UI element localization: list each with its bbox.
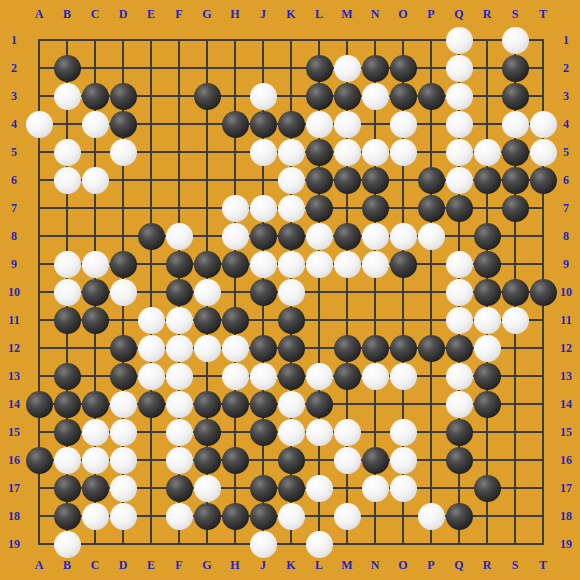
row-label-left: 9 — [2, 257, 26, 271]
black-stone-P7[interactable] — [418, 195, 445, 222]
white-stone-H12[interactable] — [222, 335, 249, 362]
white-stone-O8[interactable] — [390, 223, 417, 250]
black-stone-H4[interactable] — [222, 111, 249, 138]
black-stone-D4[interactable] — [110, 111, 137, 138]
black-stone-E8[interactable] — [138, 223, 165, 250]
black-stone-G11[interactable] — [194, 307, 221, 334]
column-label-top: S — [505, 7, 525, 21]
row-label-right: 12 — [554, 341, 578, 355]
white-stone-F15[interactable] — [166, 419, 193, 446]
white-stone-P8[interactable] — [418, 223, 445, 250]
black-stone-J14[interactable] — [250, 391, 277, 418]
white-stone-O16[interactable] — [390, 447, 417, 474]
black-stone-T10[interactable] — [530, 279, 557, 306]
black-stone-J17[interactable] — [250, 475, 277, 502]
row-label-right: 17 — [554, 481, 578, 495]
white-stone-L15[interactable] — [306, 419, 333, 446]
white-stone-N9[interactable] — [362, 251, 389, 278]
white-stone-Q14[interactable] — [446, 391, 473, 418]
black-stone-D13[interactable] — [110, 363, 137, 390]
white-stone-B10[interactable] — [54, 279, 81, 306]
column-label-bottom: E — [141, 558, 161, 572]
black-stone-C17[interactable] — [82, 475, 109, 502]
white-stone-M9[interactable] — [334, 251, 361, 278]
white-stone-N17[interactable] — [362, 475, 389, 502]
row-label-left: 6 — [2, 173, 26, 187]
black-stone-L14[interactable] — [306, 391, 333, 418]
black-stone-M13[interactable] — [334, 363, 361, 390]
black-stone-H11[interactable] — [222, 307, 249, 334]
black-stone-G3[interactable] — [194, 83, 221, 110]
white-stone-C15[interactable] — [82, 419, 109, 446]
white-stone-Q2[interactable] — [446, 55, 473, 82]
column-label-top: A — [29, 7, 49, 21]
white-stone-L17[interactable] — [306, 475, 333, 502]
black-stone-J4[interactable] — [250, 111, 277, 138]
black-stone-A16[interactable] — [26, 447, 53, 474]
white-stone-N13[interactable] — [362, 363, 389, 390]
black-stone-P12[interactable] — [418, 335, 445, 362]
black-stone-S3[interactable] — [502, 83, 529, 110]
row-label-right: 8 — [554, 229, 578, 243]
black-stone-S7[interactable] — [502, 195, 529, 222]
white-stone-C6[interactable] — [82, 167, 109, 194]
row-label-left: 16 — [2, 453, 26, 467]
row-label-left: 8 — [2, 229, 26, 243]
black-stone-Q7[interactable] — [446, 195, 473, 222]
white-stone-M16[interactable] — [334, 447, 361, 474]
white-stone-H13[interactable] — [222, 363, 249, 390]
column-label-bottom: Q — [449, 558, 469, 572]
white-stone-L8[interactable] — [306, 223, 333, 250]
white-stone-F8[interactable] — [166, 223, 193, 250]
black-stone-H18[interactable] — [222, 503, 249, 530]
black-stone-M12[interactable] — [334, 335, 361, 362]
white-stone-Q4[interactable] — [446, 111, 473, 138]
white-stone-Q10[interactable] — [446, 279, 473, 306]
black-stone-N6[interactable] — [362, 167, 389, 194]
column-label-bottom: L — [309, 558, 329, 572]
black-stone-R8[interactable] — [474, 223, 501, 250]
white-stone-S11[interactable] — [502, 307, 529, 334]
white-stone-J19[interactable] — [250, 531, 277, 558]
white-stone-G12[interactable] — [194, 335, 221, 362]
white-stone-M2[interactable] — [334, 55, 361, 82]
black-stone-B15[interactable] — [54, 419, 81, 446]
black-stone-F10[interactable] — [166, 279, 193, 306]
black-stone-D12[interactable] — [110, 335, 137, 362]
black-stone-L5[interactable] — [306, 139, 333, 166]
black-stone-F9[interactable] — [166, 251, 193, 278]
white-stone-J13[interactable] — [250, 363, 277, 390]
black-stone-L3[interactable] — [306, 83, 333, 110]
black-stone-J18[interactable] — [250, 503, 277, 530]
row-label-left: 11 — [2, 313, 26, 327]
white-stone-R12[interactable] — [474, 335, 501, 362]
white-stone-L13[interactable] — [306, 363, 333, 390]
white-stone-L19[interactable] — [306, 531, 333, 558]
black-stone-O2[interactable] — [390, 55, 417, 82]
black-stone-J10[interactable] — [250, 279, 277, 306]
row-label-left: 5 — [2, 145, 26, 159]
black-stone-D3[interactable] — [110, 83, 137, 110]
black-stone-S10[interactable] — [502, 279, 529, 306]
black-stone-H14[interactable] — [222, 391, 249, 418]
row-label-left: 14 — [2, 397, 26, 411]
black-stone-K8[interactable] — [278, 223, 305, 250]
white-stone-M4[interactable] — [334, 111, 361, 138]
black-stone-G16[interactable] — [194, 447, 221, 474]
white-stone-C16[interactable] — [82, 447, 109, 474]
black-stone-K11[interactable] — [278, 307, 305, 334]
white-stone-B6[interactable] — [54, 167, 81, 194]
white-stone-B19[interactable] — [54, 531, 81, 558]
column-label-top: Q — [449, 7, 469, 21]
row-label-right: 16 — [554, 453, 578, 467]
white-stone-O5[interactable] — [390, 139, 417, 166]
black-stone-C14[interactable] — [82, 391, 109, 418]
black-stone-P6[interactable] — [418, 167, 445, 194]
black-stone-R13[interactable] — [474, 363, 501, 390]
black-stone-M8[interactable] — [334, 223, 361, 250]
row-label-right: 11 — [554, 313, 578, 327]
black-stone-Q12[interactable] — [446, 335, 473, 362]
white-stone-T5[interactable] — [530, 139, 557, 166]
black-stone-B11[interactable] — [54, 307, 81, 334]
black-stone-L7[interactable] — [306, 195, 333, 222]
column-label-top: L — [309, 7, 329, 21]
white-stone-M5[interactable] — [334, 139, 361, 166]
white-stone-K14[interactable] — [278, 391, 305, 418]
black-stone-H16[interactable] — [222, 447, 249, 474]
black-stone-D9[interactable] — [110, 251, 137, 278]
white-stone-Q6[interactable] — [446, 167, 473, 194]
black-stone-O9[interactable] — [390, 251, 417, 278]
white-stone-K7[interactable] — [278, 195, 305, 222]
column-label-top: J — [253, 7, 273, 21]
column-label-top: P — [421, 7, 441, 21]
white-stone-N3[interactable] — [362, 83, 389, 110]
black-stone-C10[interactable] — [82, 279, 109, 306]
white-stone-K18[interactable] — [278, 503, 305, 530]
row-label-right: 10 — [554, 285, 578, 299]
white-stone-D16[interactable] — [110, 447, 137, 474]
white-stone-J3[interactable] — [250, 83, 277, 110]
column-label-bottom: J — [253, 558, 273, 572]
column-label-top: R — [477, 7, 497, 21]
white-stone-J9[interactable] — [250, 251, 277, 278]
white-stone-Q13[interactable] — [446, 363, 473, 390]
white-stone-Q11[interactable] — [446, 307, 473, 334]
black-stone-N16[interactable] — [362, 447, 389, 474]
column-label-top: O — [393, 7, 413, 21]
column-label-top: B — [57, 7, 77, 21]
column-label-bottom: R — [477, 558, 497, 572]
row-label-right: 2 — [554, 61, 578, 75]
white-stone-K5[interactable] — [278, 139, 305, 166]
white-stone-B16[interactable] — [54, 447, 81, 474]
column-label-bottom: S — [505, 558, 525, 572]
white-stone-F16[interactable] — [166, 447, 193, 474]
black-stone-N7[interactable] — [362, 195, 389, 222]
black-stone-R6[interactable] — [474, 167, 501, 194]
white-stone-D18[interactable] — [110, 503, 137, 530]
white-stone-Q9[interactable] — [446, 251, 473, 278]
black-stone-J12[interactable] — [250, 335, 277, 362]
black-stone-B14[interactable] — [54, 391, 81, 418]
black-stone-M3[interactable] — [334, 83, 361, 110]
white-stone-O17[interactable] — [390, 475, 417, 502]
white-stone-M18[interactable] — [334, 503, 361, 530]
black-stone-S5[interactable] — [502, 139, 529, 166]
row-label-right: 18 — [554, 509, 578, 523]
column-label-top: K — [281, 7, 301, 21]
column-label-bottom: M — [337, 558, 357, 572]
black-stone-B18[interactable] — [54, 503, 81, 530]
black-stone-R10[interactable] — [474, 279, 501, 306]
white-stone-O4[interactable] — [390, 111, 417, 138]
column-label-bottom: T — [533, 558, 553, 572]
black-stone-K13[interactable] — [278, 363, 305, 390]
row-label-right: 15 — [554, 425, 578, 439]
black-stone-L6[interactable] — [306, 167, 333, 194]
white-stone-T4[interactable] — [530, 111, 557, 138]
black-stone-G18[interactable] — [194, 503, 221, 530]
black-stone-E14[interactable] — [138, 391, 165, 418]
black-stone-Q16[interactable] — [446, 447, 473, 474]
white-stone-K10[interactable] — [278, 279, 305, 306]
black-stone-G14[interactable] — [194, 391, 221, 418]
black-stone-R17[interactable] — [474, 475, 501, 502]
row-label-left: 10 — [2, 285, 26, 299]
black-stone-J8[interactable] — [250, 223, 277, 250]
column-label-top: N — [365, 7, 385, 21]
row-label-left: 13 — [2, 369, 26, 383]
row-label-right: 6 — [554, 173, 578, 187]
column-label-bottom: P — [421, 558, 441, 572]
white-stone-N5[interactable] — [362, 139, 389, 166]
row-label-left: 7 — [2, 201, 26, 215]
column-label-bottom: G — [197, 558, 217, 572]
row-label-left: 3 — [2, 89, 26, 103]
white-stone-B9[interactable] — [54, 251, 81, 278]
white-stone-C9[interactable] — [82, 251, 109, 278]
column-label-bottom: F — [169, 558, 189, 572]
black-stone-C3[interactable] — [82, 83, 109, 110]
white-stone-H7[interactable] — [222, 195, 249, 222]
column-label-bottom: H — [225, 558, 245, 572]
white-stone-B5[interactable] — [54, 139, 81, 166]
column-label-top: H — [225, 7, 245, 21]
black-stone-B2[interactable] — [54, 55, 81, 82]
white-stone-Q1[interactable] — [446, 27, 473, 54]
black-stone-S2[interactable] — [502, 55, 529, 82]
white-stone-G10[interactable] — [194, 279, 221, 306]
column-label-bottom: K — [281, 558, 301, 572]
white-stone-N8[interactable] — [362, 223, 389, 250]
column-label-bottom: B — [57, 558, 77, 572]
white-stone-C4[interactable] — [82, 111, 109, 138]
black-stone-M6[interactable] — [334, 167, 361, 194]
column-label-top: D — [113, 7, 133, 21]
column-label-bottom: C — [85, 558, 105, 572]
black-stone-K4[interactable] — [278, 111, 305, 138]
row-label-right: 5 — [554, 145, 578, 159]
black-stone-B17[interactable] — [54, 475, 81, 502]
black-stone-G15[interactable] — [194, 419, 221, 446]
white-stone-M15[interactable] — [334, 419, 361, 446]
black-stone-L2[interactable] — [306, 55, 333, 82]
white-stone-Q3[interactable] — [446, 83, 473, 110]
column-label-top: T — [533, 7, 553, 21]
white-stone-F12[interactable] — [166, 335, 193, 362]
white-stone-H8[interactable] — [222, 223, 249, 250]
row-label-right: 14 — [554, 397, 578, 411]
white-stone-F11[interactable] — [166, 307, 193, 334]
row-label-left: 12 — [2, 341, 26, 355]
white-stone-D17[interactable] — [110, 475, 137, 502]
black-stone-A14[interactable] — [26, 391, 53, 418]
row-label-right: 4 — [554, 117, 578, 131]
white-stone-O15[interactable] — [390, 419, 417, 446]
white-stone-F14[interactable] — [166, 391, 193, 418]
black-stone-O12[interactable] — [390, 335, 417, 362]
black-stone-N12[interactable] — [362, 335, 389, 362]
row-label-left: 17 — [2, 481, 26, 495]
column-label-top: M — [337, 7, 357, 21]
white-stone-K6[interactable] — [278, 167, 305, 194]
white-stone-S4[interactable] — [502, 111, 529, 138]
black-stone-T6[interactable] — [530, 167, 557, 194]
white-stone-F18[interactable] — [166, 503, 193, 530]
black-stone-H9[interactable] — [222, 251, 249, 278]
white-stone-P18[interactable] — [418, 503, 445, 530]
row-label-right: 13 — [554, 369, 578, 383]
black-stone-K12[interactable] — [278, 335, 305, 362]
white-stone-D15[interactable] — [110, 419, 137, 446]
row-label-right: 3 — [554, 89, 578, 103]
go-board[interactable]: ABCDEFGHJKLMNOPQRST ABCDEFGHJKLMNOPQRST … — [0, 0, 580, 580]
black-stone-K17[interactable] — [278, 475, 305, 502]
white-stone-Q5[interactable] — [446, 139, 473, 166]
white-stone-G17[interactable] — [194, 475, 221, 502]
column-label-bottom: O — [393, 558, 413, 572]
row-label-right: 9 — [554, 257, 578, 271]
row-label-left: 1 — [2, 33, 26, 47]
white-stone-O13[interactable] — [390, 363, 417, 390]
white-stone-A4[interactable] — [26, 111, 53, 138]
black-stone-O3[interactable] — [390, 83, 417, 110]
row-label-left: 19 — [2, 537, 26, 551]
column-label-bottom: A — [29, 558, 49, 572]
column-label-top: F — [169, 7, 189, 21]
white-stone-D14[interactable] — [110, 391, 137, 418]
white-stone-D5[interactable] — [110, 139, 137, 166]
column-label-top: C — [85, 7, 105, 21]
column-label-bottom: N — [365, 558, 385, 572]
row-label-left: 18 — [2, 509, 26, 523]
black-stone-G9[interactable] — [194, 251, 221, 278]
white-stone-R11[interactable] — [474, 307, 501, 334]
row-label-right: 19 — [554, 537, 578, 551]
row-label-left: 15 — [2, 425, 26, 439]
column-label-top: G — [197, 7, 217, 21]
black-stone-K16[interactable] — [278, 447, 305, 474]
white-stone-E13[interactable] — [138, 363, 165, 390]
black-stone-P3[interactable] — [418, 83, 445, 110]
white-stone-E12[interactable] — [138, 335, 165, 362]
black-stone-Q15[interactable] — [446, 419, 473, 446]
white-stone-E11[interactable] — [138, 307, 165, 334]
white-stone-K9[interactable] — [278, 251, 305, 278]
white-stone-L9[interactable] — [306, 251, 333, 278]
white-stone-J7[interactable] — [250, 195, 277, 222]
black-stone-R14[interactable] — [474, 391, 501, 418]
column-label-bottom: D — [113, 558, 133, 572]
black-stone-C11[interactable] — [82, 307, 109, 334]
white-stone-S1[interactable] — [502, 27, 529, 54]
white-stone-J5[interactable] — [250, 139, 277, 166]
black-stone-B13[interactable] — [54, 363, 81, 390]
white-stone-F13[interactable] — [166, 363, 193, 390]
black-stone-R9[interactable] — [474, 251, 501, 278]
black-stone-J15[interactable] — [250, 419, 277, 446]
row-label-right: 7 — [554, 201, 578, 215]
row-label-right: 1 — [554, 33, 578, 47]
white-stone-D10[interactable] — [110, 279, 137, 306]
white-stone-R5[interactable] — [474, 139, 501, 166]
white-stone-K15[interactable] — [278, 419, 305, 446]
white-stone-L4[interactable] — [306, 111, 333, 138]
column-label-top: E — [141, 7, 161, 21]
white-stone-C18[interactable] — [82, 503, 109, 530]
white-stone-B3[interactable] — [54, 83, 81, 110]
black-stone-F17[interactable] — [166, 475, 193, 502]
black-stone-Q18[interactable] — [446, 503, 473, 530]
row-label-left: 4 — [2, 117, 26, 131]
black-stone-N2[interactable] — [362, 55, 389, 82]
row-label-left: 2 — [2, 61, 26, 75]
black-stone-S6[interactable] — [502, 167, 529, 194]
